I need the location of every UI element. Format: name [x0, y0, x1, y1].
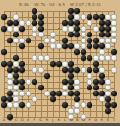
- stone-white: [19, 20, 25, 26]
- stone-white: [13, 85, 19, 91]
- game-status-info: W 2:07 / B 2:31: [70, 3, 101, 7]
- stone-white: [26, 91, 32, 97]
- stone-white: [87, 73, 93, 79]
- stone-black: [87, 102, 93, 108]
- stone-black: [19, 26, 25, 32]
- stone-white: [105, 43, 111, 49]
- stone-black: [68, 32, 74, 38]
- stone-black: [68, 91, 74, 97]
- stone-black: [32, 14, 38, 20]
- stone-white: [38, 67, 44, 73]
- stone-black: [93, 14, 99, 20]
- stone-white: [81, 26, 87, 32]
- stone-white: [93, 26, 99, 32]
- stone-black: [68, 20, 74, 26]
- stone-white: [87, 79, 93, 85]
- bottom-status-bar: [0, 123, 120, 126]
- go-app-window: B: 8k W: 7k · H2 · 6.5 W 2:07 / B 2:31 A…: [0, 0, 120, 126]
- stone-black: [68, 85, 74, 91]
- stone-white: [74, 108, 80, 114]
- stone-white: [74, 14, 80, 20]
- stone-black: [62, 67, 68, 73]
- grid-line: [90, 11, 91, 117]
- stone-black: [1, 14, 7, 20]
- stone-white: [81, 102, 87, 108]
- stone-white: [105, 79, 111, 85]
- stone-white: [38, 55, 44, 61]
- stone-white: [50, 32, 56, 38]
- stone-white: [44, 91, 50, 97]
- stone-black: [81, 55, 87, 61]
- stone-black: [105, 108, 111, 114]
- grid-line: [4, 76, 114, 77]
- stone-white: [111, 38, 117, 44]
- stone-black: [13, 32, 19, 38]
- stone-black: [93, 43, 99, 49]
- stone-black: [7, 20, 13, 26]
- stone-white: [32, 67, 38, 73]
- grid-line: [4, 111, 114, 112]
- stone-black: [93, 85, 99, 91]
- stone-white: [99, 96, 105, 102]
- stone-black: [87, 67, 93, 73]
- stone-white: [32, 32, 38, 38]
- go-board[interactable]: [0, 8, 120, 118]
- stone-black: [32, 79, 38, 85]
- stone-white: [32, 96, 38, 102]
- stone-black: [38, 26, 44, 32]
- stone-black: [87, 14, 93, 20]
- stone-black: [68, 79, 74, 85]
- stone-black: [99, 20, 105, 26]
- stone-black: [93, 79, 99, 85]
- stone-black: [62, 102, 68, 108]
- stone-black: [99, 73, 105, 79]
- stone-white: [81, 32, 87, 38]
- star-point: [58, 99, 60, 101]
- stone-white: [105, 14, 111, 20]
- black-player-info: B: 8k: [19, 3, 29, 7]
- stone-black: [50, 96, 56, 102]
- stone-black: [7, 38, 13, 44]
- stone-white: [50, 43, 56, 49]
- stone-black: [38, 85, 44, 91]
- stone-black: [19, 85, 25, 91]
- stone-black: [13, 67, 19, 73]
- stone-black: [56, 61, 62, 67]
- stone-white: [62, 91, 68, 97]
- stone-white: [13, 38, 19, 44]
- stone-white: [56, 43, 62, 49]
- stone-black: [99, 26, 105, 32]
- stone-white: [26, 102, 32, 108]
- stone-white: [7, 26, 13, 32]
- stone-black: [19, 43, 25, 49]
- stone-white: [81, 14, 87, 20]
- stone-black: [26, 38, 32, 44]
- stone-white: [105, 85, 111, 91]
- stone-white: [26, 20, 32, 26]
- stone-black: [38, 43, 44, 49]
- stone-white: [26, 79, 32, 85]
- stone-black: [99, 32, 105, 38]
- stone-black: [74, 26, 80, 32]
- stone-black: [99, 79, 105, 85]
- stone-black: [74, 67, 80, 73]
- stone-black: [19, 79, 25, 85]
- stone-black: [93, 91, 99, 97]
- stone-black: [68, 67, 74, 73]
- stone-white: [32, 55, 38, 61]
- stone-black: [50, 61, 56, 67]
- stone-black: [1, 102, 7, 108]
- stone-black: [13, 79, 19, 85]
- stone-white: [62, 85, 68, 91]
- stone-white: [7, 102, 13, 108]
- stone-black: [105, 26, 111, 32]
- stone-white: [111, 20, 117, 26]
- stone-black: [87, 43, 93, 49]
- stone-white: [44, 55, 50, 61]
- stone-black: [1, 49, 7, 55]
- stone-black: [38, 20, 44, 26]
- stone-black: [1, 26, 7, 32]
- stone-black: [62, 43, 68, 49]
- stone-black: [87, 55, 93, 61]
- stone-black: [74, 49, 80, 55]
- stone-white: [99, 67, 105, 73]
- stone-black: [56, 91, 62, 97]
- stone-black: [19, 102, 25, 108]
- stone-black: [44, 73, 50, 79]
- stone-white: [13, 26, 19, 32]
- stone-black: [13, 20, 19, 26]
- stone-black: [87, 32, 93, 38]
- stone-white: [111, 67, 117, 73]
- stone-white: [111, 26, 117, 32]
- stone-white: [87, 20, 93, 26]
- stone-white: [74, 85, 80, 91]
- stone-black: [93, 67, 99, 73]
- stone-white: [7, 85, 13, 91]
- stone-black: [111, 102, 117, 108]
- stone-black: [1, 61, 7, 67]
- stone-white: [62, 26, 68, 32]
- stone-black: [105, 20, 111, 26]
- stone-black: [38, 14, 44, 20]
- stone-white: [13, 102, 19, 108]
- stone-white: [44, 38, 50, 44]
- stone-black: [105, 32, 111, 38]
- stone-white: [111, 14, 117, 20]
- white-player-info: W: 7k · H2 · 6.5: [34, 3, 65, 7]
- stone-black: [62, 20, 68, 26]
- stone-white: [7, 79, 13, 85]
- stone-black: [62, 79, 68, 85]
- stone-white: [81, 67, 87, 73]
- stone-white: [38, 32, 44, 38]
- stone-white: [68, 26, 74, 32]
- stone-black: [7, 67, 13, 73]
- stone-black: [13, 73, 19, 79]
- stone-black: [74, 20, 80, 26]
- stone-black: [32, 20, 38, 26]
- stone-white: [32, 26, 38, 32]
- stone-white: [7, 73, 13, 79]
- stone-black: [19, 67, 25, 73]
- stone-black: [68, 14, 74, 20]
- stone-black: [87, 85, 93, 91]
- stone-black: [68, 43, 74, 49]
- stone-black: [99, 14, 105, 20]
- stone-white: [19, 91, 25, 97]
- stone-white: [13, 14, 19, 20]
- stone-black: [68, 73, 74, 79]
- stone-white: [99, 55, 105, 61]
- stone-white: [111, 55, 117, 61]
- stone-white: [111, 32, 117, 38]
- stone-white: [74, 79, 80, 85]
- stone-white: [105, 55, 111, 61]
- stone-black: [74, 32, 80, 38]
- stone-black: [111, 91, 117, 97]
